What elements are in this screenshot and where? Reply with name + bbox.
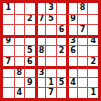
sudoku-cell-given: 9 — [66, 14, 77, 25]
sudoku-cell-given: 1 — [3, 3, 14, 14]
sudoku-cell-empty[interactable] — [3, 66, 14, 77]
sudoku-cell-given: 7 — [3, 56, 14, 67]
sudoku-cell-given: 3 — [66, 35, 77, 46]
sudoku-cell-empty[interactable] — [77, 14, 88, 25]
sudoku-cell-empty[interactable] — [3, 87, 14, 98]
sudoku-cell-empty[interactable] — [45, 45, 56, 56]
sudoku-cell-empty[interactable] — [77, 35, 88, 46]
sudoku-cell-given: 1 — [87, 87, 98, 98]
sudoku-cell-given: 1 — [45, 77, 56, 88]
sudoku-cell-empty[interactable] — [24, 87, 35, 98]
sudoku-cell-empty[interactable] — [24, 35, 35, 46]
sudoku-cell-empty[interactable] — [66, 66, 77, 77]
sudoku-cell-given: 4 — [66, 77, 77, 88]
sudoku-cell-empty[interactable] — [3, 24, 14, 35]
sudoku-cell-empty[interactable] — [66, 3, 77, 14]
sudoku-cell-empty[interactable] — [14, 56, 25, 67]
sudoku-cell-empty[interactable] — [56, 14, 67, 25]
sudoku-cell-empty[interactable] — [14, 14, 25, 25]
sudoku-cell-empty[interactable] — [45, 66, 56, 77]
sudoku-cell-empty[interactable] — [3, 77, 14, 88]
sudoku-cell-empty[interactable] — [35, 35, 46, 46]
sudoku-cell-given: 6 — [24, 56, 35, 67]
sudoku-cell-empty[interactable] — [35, 77, 46, 88]
sudoku-cell-empty[interactable] — [66, 56, 77, 67]
sudoku-cell-empty[interactable] — [14, 24, 25, 35]
sudoku-cell-empty[interactable] — [87, 77, 98, 88]
sudoku-cell-given: 2 — [87, 56, 98, 67]
sudoku-cell-empty[interactable] — [14, 77, 25, 88]
sudoku-cell-empty[interactable] — [35, 3, 46, 14]
sudoku-cell-given: 2 — [56, 45, 67, 56]
sudoku-cell-empty[interactable] — [77, 87, 88, 98]
sudoku-cell-given: 3 — [35, 66, 46, 77]
sudoku-cell-given: 5 — [45, 14, 56, 25]
sudoku-cell-empty[interactable] — [24, 3, 35, 14]
sudoku-cell-given: 8 — [77, 3, 88, 14]
sudoku-cell-empty[interactable] — [56, 56, 67, 67]
sudoku-cell-empty[interactable] — [77, 77, 88, 88]
sudoku-cell-empty[interactable] — [56, 3, 67, 14]
sudoku-cell-empty[interactable] — [56, 87, 67, 98]
sudoku-cell-empty[interactable] — [35, 24, 46, 35]
sudoku-cell-empty[interactable] — [35, 87, 46, 98]
sudoku-cell-given: 6 — [56, 24, 67, 35]
sudoku-cell-empty[interactable] — [77, 56, 88, 67]
sudoku-cell-empty[interactable] — [45, 35, 56, 46]
sudoku-cell-empty[interactable] — [77, 66, 88, 77]
sudoku-cell-empty[interactable] — [24, 66, 35, 77]
sudoku-cell-given: 7 — [77, 24, 88, 35]
sudoku-cell-empty[interactable] — [87, 3, 98, 14]
sudoku-cell-empty[interactable] — [14, 3, 25, 14]
sudoku-cell-given: 2 — [24, 14, 35, 25]
sudoku-cell-empty[interactable] — [45, 56, 56, 67]
sudoku-cell-given: 8 — [35, 45, 46, 56]
sudoku-cell-given: 5 — [24, 45, 35, 56]
sudoku-cell-empty[interactable] — [24, 24, 35, 35]
sudoku-cell-empty[interactable] — [66, 87, 77, 98]
sudoku-board: 1382759679345826762839154471 — [0, 0, 101, 101]
sudoku-cell-empty[interactable] — [87, 66, 98, 77]
sudoku-cell-empty[interactable] — [3, 14, 14, 25]
sudoku-cell-given: 9 — [24, 77, 35, 88]
sudoku-cell-given: 4 — [87, 35, 98, 46]
sudoku-cell-empty[interactable] — [56, 35, 67, 46]
sudoku-cell-empty[interactable] — [87, 14, 98, 25]
sudoku-cell-given: 6 — [66, 45, 77, 56]
sudoku-cell-given: 8 — [14, 66, 25, 77]
sudoku-cell-empty[interactable] — [3, 45, 14, 56]
sudoku-cell-empty[interactable] — [87, 45, 98, 56]
sudoku-cell-given: 3 — [45, 3, 56, 14]
sudoku-cell-empty[interactable] — [45, 24, 56, 35]
sudoku-cell-given: 7 — [45, 87, 56, 98]
sudoku-cell-empty[interactable] — [56, 66, 67, 77]
sudoku-cell-empty[interactable] — [66, 24, 77, 35]
sudoku-cell-given: 5 — [56, 77, 67, 88]
sudoku-cell-given: 4 — [14, 87, 25, 98]
sudoku-cell-given: 9 — [3, 35, 14, 46]
sudoku-cell-empty[interactable] — [77, 45, 88, 56]
sudoku-cell-given: 7 — [35, 14, 46, 25]
sudoku-cell-empty[interactable] — [35, 56, 46, 67]
sudoku-cell-empty[interactable] — [14, 45, 25, 56]
sudoku-cell-empty[interactable] — [14, 35, 25, 46]
sudoku-cell-empty[interactable] — [87, 24, 98, 35]
